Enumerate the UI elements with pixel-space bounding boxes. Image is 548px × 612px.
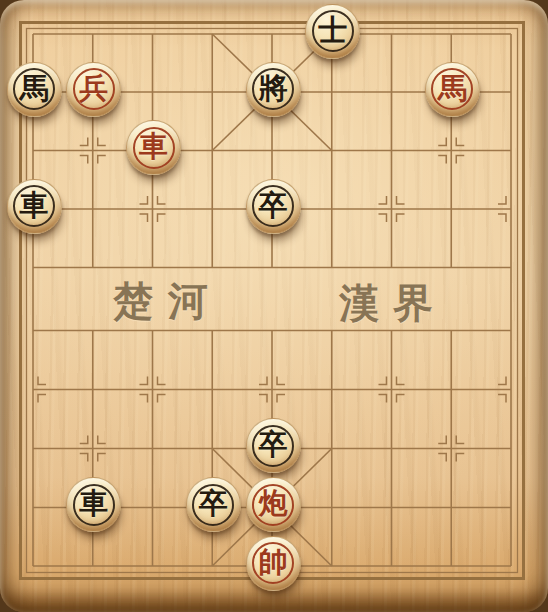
piece-character: 卒 — [199, 489, 228, 518]
piece-character: 帥 — [259, 548, 288, 577]
piece-character: 車 — [20, 191, 49, 220]
piece-character: 士 — [318, 16, 347, 45]
piece-character: 車 — [139, 132, 168, 161]
xiangqi-app: 楚河 漢界 士馬兵將馬車車卒卒車卒炮帥 — [0, 0, 548, 612]
xiangqi-board: 楚河 漢界 士馬兵將馬車車卒卒車卒炮帥 — [0, 0, 548, 612]
river-label-chu-river: 楚河 — [113, 281, 223, 321]
piece-character: 車 — [79, 489, 108, 518]
piece-character: 兵 — [79, 74, 108, 103]
piece-black-soldier[interactable]: 卒 — [246, 418, 301, 473]
piece-black-horse[interactable]: 馬 — [7, 62, 62, 117]
piece-red-soldier[interactable]: 兵 — [66, 62, 121, 117]
piece-character: 炮 — [259, 489, 288, 518]
piece-black-chariot[interactable]: 車 — [66, 477, 121, 532]
piece-character: 將 — [259, 74, 288, 103]
piece-red-cannon[interactable]: 炮 — [246, 477, 301, 532]
piece-black-general[interactable]: 將 — [246, 62, 301, 117]
piece-black-soldier[interactable]: 卒 — [246, 179, 301, 234]
piece-character: 馬 — [20, 74, 49, 103]
piece-black-chariot[interactable]: 車 — [7, 179, 62, 234]
piece-black-soldier[interactable]: 卒 — [186, 477, 241, 532]
piece-character: 馬 — [438, 74, 467, 103]
piece-character: 卒 — [259, 430, 288, 459]
piece-character: 卒 — [259, 191, 288, 220]
piece-red-horse[interactable]: 馬 — [425, 62, 480, 117]
piece-red-general[interactable]: 帥 — [246, 536, 301, 591]
piece-black-advisor[interactable]: 士 — [305, 4, 360, 59]
piece-red-chariot[interactable]: 車 — [126, 120, 181, 175]
river-label-han-border: 漢界 — [339, 283, 447, 323]
